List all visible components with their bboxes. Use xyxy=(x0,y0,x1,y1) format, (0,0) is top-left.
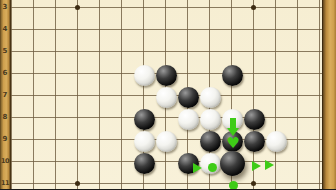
grid-row-line xyxy=(10,117,323,118)
grid-row-line xyxy=(10,29,323,30)
row-label-5: 5 xyxy=(0,47,10,55)
row-label-8: 8 xyxy=(0,113,10,121)
row-label-9: 9 xyxy=(0,135,10,143)
hint-dot-icon xyxy=(208,163,217,172)
grid-row-line xyxy=(10,183,323,184)
hint-dot-icon xyxy=(229,181,238,190)
grid-row-line xyxy=(10,161,323,162)
stone-black xyxy=(222,65,243,86)
stone-black xyxy=(156,65,177,86)
hint-heart-icon: ♥ xyxy=(225,136,241,151)
stone-white xyxy=(134,131,155,152)
stone-white xyxy=(200,109,221,130)
hint-arrow-right-icon xyxy=(193,163,202,173)
row-label-6: 6 xyxy=(0,69,10,77)
gomoku-app-screen: ♥ 3 4 5 6 7 8 9 10 11 xyxy=(0,0,336,189)
hint-arrow-right-icon xyxy=(252,161,261,171)
stone-white xyxy=(200,87,221,108)
row-label-11: 11 xyxy=(0,179,10,187)
stone-white xyxy=(266,131,287,152)
stone-black xyxy=(134,109,155,130)
stone-white xyxy=(178,109,199,130)
star-point xyxy=(251,181,256,186)
stone-white xyxy=(134,65,155,86)
stone-black xyxy=(220,151,245,176)
row-label-3: 3 xyxy=(0,3,10,11)
stone-white xyxy=(156,87,177,108)
grid-row-line xyxy=(10,51,323,52)
stone-black xyxy=(244,109,265,130)
row-label-7: 7 xyxy=(0,91,10,99)
stone-black xyxy=(134,153,155,174)
star-point xyxy=(75,5,80,10)
board-right-wooden-frame xyxy=(322,0,336,189)
grid-row-line xyxy=(10,7,323,8)
stone-black xyxy=(244,131,265,152)
go-board[interactable]: ♥ xyxy=(0,0,336,189)
stone-black xyxy=(200,131,221,152)
stone-white xyxy=(156,131,177,152)
hint-arrow-right-icon xyxy=(265,160,274,170)
row-label-10: 10 xyxy=(0,157,10,165)
stone-black xyxy=(178,87,199,108)
star-point xyxy=(251,5,256,10)
star-point xyxy=(75,181,80,186)
row-label-4: 4 xyxy=(0,25,10,33)
hint-arrow-down-icon xyxy=(230,118,236,128)
